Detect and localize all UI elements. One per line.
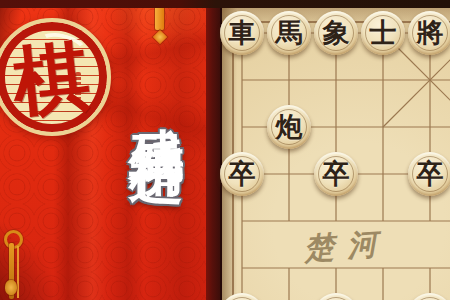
piece-character: 將 [417,20,444,47]
piece-character: 車 [229,20,256,47]
tassel-tip [153,30,167,44]
piece-character: 卒 [323,161,350,188]
xiangqi-piece-red[interactable]: 兵 [314,293,358,300]
xiangqi-piece-red[interactable]: 兵 [408,293,450,300]
xiangqi-piece-black[interactable]: 車 [220,11,264,55]
xiangqi-piece-black[interactable]: 炮 [267,105,311,149]
xiangqi-piece-black[interactable]: 卒 [314,152,358,196]
xiangqi-piece-black[interactable]: 馬 [267,11,311,55]
piece-character: 馬 [276,20,303,47]
promo-banner: 棋 残局精进 [0,0,206,300]
xiangqi-piece-black[interactable]: 象 [314,11,358,55]
xiangqi-piece-black[interactable]: 將 [408,11,450,55]
xiangqi-board[interactable]: 楚河 車馬象士將炮卒卒卒兵兵兵 [222,0,450,300]
piece-character: 士 [370,20,397,47]
top-bar [0,0,450,8]
tassel-icon [153,6,167,44]
pieces-layer: 車馬象士將炮卒卒卒兵兵兵 [222,0,450,300]
seal-character: 棋 [9,37,93,121]
xiangqi-piece-black[interactable]: 卒 [220,152,264,196]
xiangqi-piece-black[interactable]: 士 [361,11,405,55]
curtain-cord-icon [0,228,26,300]
tassel-ribbon [155,6,164,30]
piece-character: 卒 [229,161,256,188]
piece-character: 卒 [417,161,444,188]
piece-character: 象 [323,20,350,47]
xiangqi-piece-red[interactable]: 兵 [220,293,264,300]
xiangqi-piece-black[interactable]: 卒 [408,152,450,196]
screen: 棋 残局精进 [0,0,450,300]
banner-title: 残局精进 [122,84,184,112]
cord-strand-thin [17,246,19,298]
panel-divider [206,0,222,300]
piece-character: 炮 [276,114,303,141]
cord-bulb [5,280,17,295]
